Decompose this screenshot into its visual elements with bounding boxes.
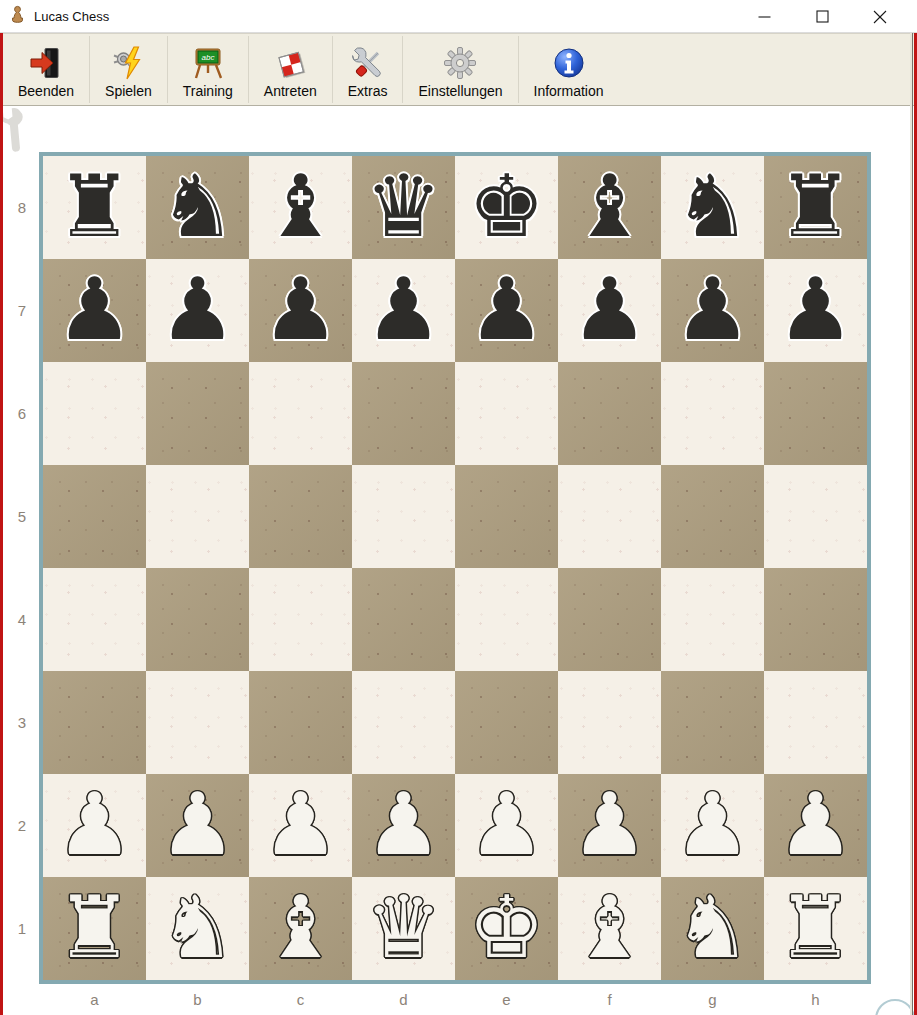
piece-white-pawn: ♟ <box>661 774 764 875</box>
piece-black-pawn: ♟ <box>661 259 764 360</box>
toolbar-button-label: Information <box>534 83 604 99</box>
square-f1[interactable]: ♝ <box>558 877 661 980</box>
maximize-icon <box>816 10 829 23</box>
file-labels: abcdefgh <box>43 991 867 1008</box>
square-b1[interactable]: ♞ <box>146 877 249 980</box>
piece-black-pawn: ♟ <box>558 259 661 360</box>
square-g7[interactable]: ♟ <box>661 259 764 362</box>
square-f4[interactable] <box>558 568 661 671</box>
square-a2[interactable]: ♟ <box>43 774 146 877</box>
square-e5[interactable] <box>455 465 558 568</box>
square-g3[interactable] <box>661 671 764 774</box>
piece-black-bishop: ♝ <box>558 156 661 257</box>
toolbar-button-training[interactable]: abc Training <box>168 34 248 105</box>
rank-label-5: 5 <box>11 465 33 568</box>
rank-label-7: 7 <box>11 259 33 362</box>
square-h6[interactable] <box>764 362 867 465</box>
square-g2[interactable]: ♟ <box>661 774 764 877</box>
checkered-tile-icon <box>273 46 307 80</box>
square-a8[interactable]: ♜ <box>43 156 146 259</box>
piece-black-pawn: ♟ <box>249 259 352 360</box>
rank-label-1: 1 <box>11 877 33 980</box>
square-e1[interactable]: ♚ <box>455 877 558 980</box>
toolbar-button-label: Spielen <box>105 83 152 99</box>
square-c3[interactable] <box>249 671 352 774</box>
piece-white-pawn: ♟ <box>764 774 867 875</box>
piece-white-pawn: ♟ <box>352 774 455 875</box>
rank-label-8: 8 <box>11 156 33 259</box>
square-c2[interactable]: ♟ <box>249 774 352 877</box>
file-label-d: d <box>352 991 455 1008</box>
square-c1[interactable]: ♝ <box>249 877 352 980</box>
square-e2[interactable]: ♟ <box>455 774 558 877</box>
file-label-f: f <box>558 991 661 1008</box>
piece-black-knight: ♞ <box>661 156 764 257</box>
piece-black-bishop: ♝ <box>249 156 352 257</box>
square-c6[interactable] <box>249 362 352 465</box>
square-d6[interactable] <box>352 362 455 465</box>
square-g1[interactable]: ♞ <box>661 877 764 980</box>
square-f7[interactable]: ♟ <box>558 259 661 362</box>
piece-white-rook: ♜ <box>764 877 867 978</box>
square-a5[interactable] <box>43 465 146 568</box>
rank-label-3: 3 <box>11 671 33 774</box>
square-g6[interactable] <box>661 362 764 465</box>
square-g4[interactable] <box>661 568 764 671</box>
square-d8[interactable]: ♛ <box>352 156 455 259</box>
piece-black-rook: ♜ <box>764 156 867 257</box>
corner-circle-indicator <box>875 999 915 1015</box>
toolbar-button-antreten[interactable]: Antreten <box>249 34 332 105</box>
square-c7[interactable]: ♟ <box>249 259 352 362</box>
square-h7[interactable]: ♟ <box>764 259 867 362</box>
square-d4[interactable] <box>352 568 455 671</box>
square-b3[interactable] <box>146 671 249 774</box>
square-e7[interactable]: ♟ <box>455 259 558 362</box>
piece-black-pawn: ♟ <box>146 259 249 360</box>
maximize-button[interactable] <box>793 0 851 33</box>
piece-white-queen: ♛ <box>352 877 455 978</box>
square-a3[interactable] <box>43 671 146 774</box>
square-b2[interactable]: ♟ <box>146 774 249 877</box>
square-d7[interactable]: ♟ <box>352 259 455 362</box>
square-f8[interactable]: ♝ <box>558 156 661 259</box>
square-c8[interactable]: ♝ <box>249 156 352 259</box>
toolbar-button-beenden[interactable]: Beenden <box>3 34 89 105</box>
window-right-border-line <box>912 33 913 1015</box>
window-left-red-edge <box>0 33 3 1015</box>
piece-white-rook: ♜ <box>43 877 146 978</box>
rank-label-6: 6 <box>11 362 33 465</box>
square-c5[interactable] <box>249 465 352 568</box>
info-icon <box>552 46 586 80</box>
piece-white-pawn: ♟ <box>249 774 352 875</box>
tools-icon <box>351 46 385 80</box>
square-g8[interactable]: ♞ <box>661 156 764 259</box>
square-f6[interactable] <box>558 362 661 465</box>
square-h2[interactable]: ♟ <box>764 774 867 877</box>
square-a4[interactable] <box>43 568 146 671</box>
file-label-b: b <box>146 991 249 1008</box>
main-toolbar: Beenden Spielen abc Training Antreten Ex… <box>3 33 914 106</box>
close-button[interactable] <box>851 0 909 33</box>
title-bar: Lucas Chess <box>0 0 917 33</box>
square-f2[interactable]: ♟ <box>558 774 661 877</box>
gear-icon <box>443 46 477 80</box>
rank-labels: 87654321 <box>11 156 33 980</box>
square-h8[interactable]: ♜ <box>764 156 867 259</box>
minimize-icon <box>758 10 771 23</box>
toolbar-button-label: Training <box>183 83 233 99</box>
square-e3[interactable] <box>455 671 558 774</box>
square-h1[interactable]: ♜ <box>764 877 867 980</box>
rank-label-4: 4 <box>11 568 33 671</box>
toolbar-button-label: Beenden <box>18 83 74 99</box>
piece-white-pawn: ♟ <box>558 774 661 875</box>
chalkboard-icon: abc <box>191 46 225 80</box>
piece-black-pawn: ♟ <box>352 259 455 360</box>
toolbar-button-extras[interactable]: Extras <box>333 34 403 105</box>
square-d5[interactable] <box>352 465 455 568</box>
piece-white-pawn: ♟ <box>146 774 249 875</box>
square-b6[interactable] <box>146 362 249 465</box>
file-label-h: h <box>764 991 867 1008</box>
piece-black-pawn: ♟ <box>43 259 146 360</box>
piece-white-knight: ♞ <box>146 877 249 978</box>
piece-black-king: ♚ <box>455 156 558 257</box>
square-h4[interactable] <box>764 568 867 671</box>
piece-black-queen: ♛ <box>352 156 455 257</box>
wrench-deco-icon <box>0 102 43 158</box>
piece-white-pawn: ♟ <box>455 774 558 875</box>
piece-white-pawn: ♟ <box>43 774 146 875</box>
lightning-plug-icon <box>111 46 145 80</box>
piece-white-knight: ♞ <box>661 877 764 978</box>
square-h5[interactable] <box>764 465 867 568</box>
square-d2[interactable]: ♟ <box>352 774 455 877</box>
square-d3[interactable] <box>352 671 455 774</box>
square-c4[interactable] <box>249 568 352 671</box>
toolbar-button-einstellungen[interactable]: Einstellungen <box>403 34 517 105</box>
square-f3[interactable] <box>558 671 661 774</box>
square-e6[interactable] <box>455 362 558 465</box>
file-label-c: c <box>249 991 352 1008</box>
square-a1[interactable]: ♜ <box>43 877 146 980</box>
square-e8[interactable]: ♚ <box>455 156 558 259</box>
toolbar-button-label: Einstellungen <box>418 83 502 99</box>
window-title: Lucas Chess <box>34 9 109 24</box>
toolbar-button-label: Antreten <box>264 83 317 99</box>
file-label-a: a <box>43 991 146 1008</box>
piece-white-king: ♚ <box>455 877 558 978</box>
exit-door-icon <box>29 46 63 80</box>
piece-black-pawn: ♟ <box>764 259 867 360</box>
main-area: 87654321 ♜♞♝♛♚♝♞♜♟♟♟♟♟♟♟♟♟♟♟♟♟♟♟♟♜♞♝♛♚♝♞… <box>3 107 910 1015</box>
chess-board: ♜♞♝♛♚♝♞♜♟♟♟♟♟♟♟♟♟♟♟♟♟♟♟♟♜♞♝♛♚♝♞♜ <box>39 152 871 984</box>
square-b7[interactable]: ♟ <box>146 259 249 362</box>
square-g5[interactable] <box>661 465 764 568</box>
square-b5[interactable] <box>146 465 249 568</box>
square-d1[interactable]: ♛ <box>352 877 455 980</box>
minimize-button[interactable] <box>735 0 793 33</box>
square-a6[interactable] <box>43 362 146 465</box>
toolbar-button-label: Extras <box>348 83 388 99</box>
square-e4[interactable] <box>455 568 558 671</box>
svg-text:abc: abc <box>201 53 214 62</box>
piece-white-bishop: ♝ <box>558 877 661 978</box>
square-b8[interactable]: ♞ <box>146 156 249 259</box>
rank-label-2: 2 <box>11 774 33 877</box>
piece-black-pawn: ♟ <box>455 259 558 360</box>
toolbar-button-spielen[interactable]: Spielen <box>90 34 167 105</box>
square-h3[interactable] <box>764 671 867 774</box>
square-b4[interactable] <box>146 568 249 671</box>
square-f5[interactable] <box>558 465 661 568</box>
file-label-e: e <box>455 991 558 1008</box>
file-label-g: g <box>661 991 764 1008</box>
square-a7[interactable]: ♟ <box>43 259 146 362</box>
piece-black-rook: ♜ <box>43 156 146 257</box>
piece-black-knight: ♞ <box>146 156 249 257</box>
close-icon <box>873 10 887 24</box>
pawn-icon <box>10 5 25 27</box>
toolbar-button-information[interactable]: Information <box>519 34 619 105</box>
piece-white-bishop: ♝ <box>249 877 352 978</box>
